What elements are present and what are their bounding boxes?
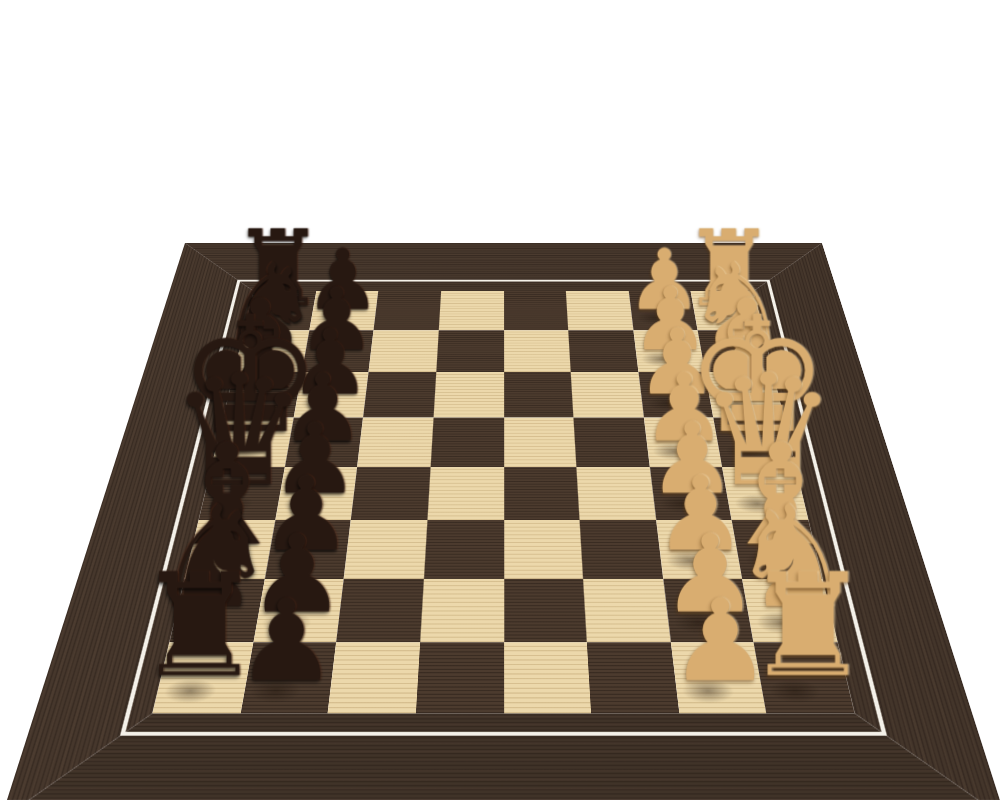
chess-board: ♜♟♟♜♞♟♟♞♝♟♟♝♚♟♟♚♛♟♟♛♝♟♟♝♞♟♟♞♜♟♟♜ — [1, 243, 1000, 800]
chess-set-photo: ♜♟♟♜♞♟♟♞♝♟♟♝♚♟♟♚♛♟♟♛♝♟♟♝♞♟♟♞♜♟♟♜ — [0, 0, 1000, 800]
piece-black-pawn-a7[interactable]: ♟ — [156, 584, 416, 698]
piece-white-rook-a1[interactable]: ♜ — [677, 554, 937, 697]
